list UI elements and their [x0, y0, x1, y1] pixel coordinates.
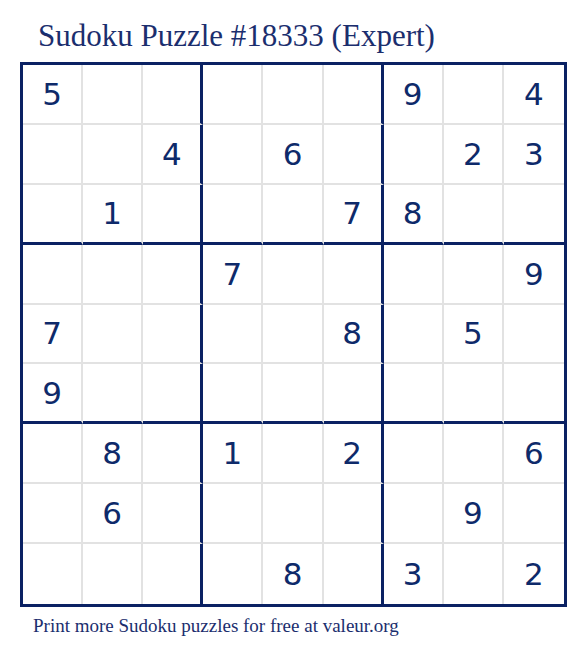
cell-r6c4	[203, 364, 263, 424]
cell-r3c1	[23, 185, 83, 245]
cell-r8c5	[263, 484, 323, 544]
cell-r2c1	[23, 125, 83, 185]
cell-r7c1	[23, 424, 83, 484]
cell-r3c8	[444, 185, 504, 245]
cell-r8c7	[384, 484, 444, 544]
cell-r6c8	[444, 364, 504, 424]
cell-r4c4: 7	[203, 245, 263, 305]
cell-r2c9: 3	[504, 125, 564, 185]
cell-r6c3	[143, 364, 203, 424]
cell-r6c7	[384, 364, 444, 424]
cell-r5c8: 5	[444, 305, 504, 365]
cell-r2c6	[324, 125, 384, 185]
footer-text: Print more Sudoku puzzles for free at va…	[33, 615, 399, 637]
cell-r4c6	[324, 245, 384, 305]
cell-r1c9: 4	[504, 65, 564, 125]
cell-r7c9: 6	[504, 424, 564, 484]
cell-r3c6: 7	[324, 185, 384, 245]
cell-r3c9	[504, 185, 564, 245]
cell-r7c4: 1	[203, 424, 263, 484]
cell-r1c7: 9	[384, 65, 444, 125]
page-title: Sudoku Puzzle #18333 (Expert)	[38, 18, 435, 54]
cell-r1c6	[324, 65, 384, 125]
cell-r7c3	[143, 424, 203, 484]
cell-r2c2	[83, 125, 143, 185]
cell-r4c5	[263, 245, 323, 305]
cell-r7c6: 2	[324, 424, 384, 484]
cell-r6c5	[263, 364, 323, 424]
cell-r2c5: 6	[263, 125, 323, 185]
cell-r9c1	[23, 544, 83, 604]
cell-r4c2	[83, 245, 143, 305]
cell-r8c2: 6	[83, 484, 143, 544]
cell-r6c2	[83, 364, 143, 424]
sudoku-grid: 5944623178797859812669832	[20, 62, 567, 607]
cell-r3c5	[263, 185, 323, 245]
cell-r8c9	[504, 484, 564, 544]
cell-r7c2: 8	[83, 424, 143, 484]
cell-r5c1: 7	[23, 305, 83, 365]
cell-r9c3	[143, 544, 203, 604]
cell-r5c9	[504, 305, 564, 365]
cell-r1c2	[83, 65, 143, 125]
cell-r5c3	[143, 305, 203, 365]
cell-r4c9: 9	[504, 245, 564, 305]
cell-r6c9	[504, 364, 564, 424]
cell-r9c6	[324, 544, 384, 604]
cell-r7c5	[263, 424, 323, 484]
cell-r6c1: 9	[23, 364, 83, 424]
cell-r2c8: 2	[444, 125, 504, 185]
cell-r9c7: 3	[384, 544, 444, 604]
cell-r3c3	[143, 185, 203, 245]
cell-r1c8	[444, 65, 504, 125]
cell-r7c7	[384, 424, 444, 484]
cell-r9c5: 8	[263, 544, 323, 604]
cell-r8c4	[203, 484, 263, 544]
cell-r4c3	[143, 245, 203, 305]
cell-r3c7: 8	[384, 185, 444, 245]
cell-r1c1: 5	[23, 65, 83, 125]
cell-r5c6: 8	[324, 305, 384, 365]
cell-r1c3	[143, 65, 203, 125]
cell-r9c2	[83, 544, 143, 604]
cell-r3c4	[203, 185, 263, 245]
cell-r1c4	[203, 65, 263, 125]
cell-r1c5	[263, 65, 323, 125]
cell-r9c4	[203, 544, 263, 604]
cell-r5c2	[83, 305, 143, 365]
cell-r2c7	[384, 125, 444, 185]
cell-r2c3: 4	[143, 125, 203, 185]
cell-r5c5	[263, 305, 323, 365]
cell-r8c1	[23, 484, 83, 544]
cell-r5c7	[384, 305, 444, 365]
cell-r9c9: 2	[504, 544, 564, 604]
cell-r8c8: 9	[444, 484, 504, 544]
cell-r8c3	[143, 484, 203, 544]
sudoku-print-page: Sudoku Puzzle #18333 (Expert) 5944623178…	[0, 0, 580, 651]
cell-r4c1	[23, 245, 83, 305]
cell-r3c2: 1	[83, 185, 143, 245]
cell-r6c6	[324, 364, 384, 424]
cell-r2c4	[203, 125, 263, 185]
cell-r5c4	[203, 305, 263, 365]
cell-r4c7	[384, 245, 444, 305]
cell-r8c6	[324, 484, 384, 544]
cell-r9c8	[444, 544, 504, 604]
cell-r4c8	[444, 245, 504, 305]
cell-r7c8	[444, 424, 504, 484]
